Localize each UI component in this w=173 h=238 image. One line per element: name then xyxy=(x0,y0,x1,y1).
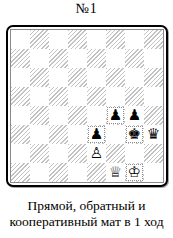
square-e6 xyxy=(87,68,106,87)
square-a4 xyxy=(11,106,30,125)
square-b5 xyxy=(30,87,49,106)
square-g5 xyxy=(125,87,144,106)
square-c8 xyxy=(49,30,68,49)
white-queen-f1: ♕ xyxy=(107,164,124,181)
square-b4 xyxy=(30,106,49,125)
square-e8 xyxy=(87,30,106,49)
square-a6 xyxy=(11,68,30,87)
square-d5 xyxy=(68,87,87,106)
square-b8 xyxy=(30,30,49,49)
black-pawn-e3: ♟ xyxy=(88,126,105,143)
square-d6 xyxy=(68,68,87,87)
square-h2 xyxy=(144,144,163,163)
puzzle-caption: Прямой, обратный и кооперативный мат в 1… xyxy=(0,198,173,230)
square-d4 xyxy=(68,106,87,125)
square-a3 xyxy=(11,125,30,144)
square-g7 xyxy=(125,49,144,68)
square-h7 xyxy=(144,49,163,68)
puzzle-number-title: №1 xyxy=(0,1,173,17)
square-h1 xyxy=(144,163,163,182)
square-d8 xyxy=(68,30,87,49)
square-d3 xyxy=(68,125,87,144)
square-b1 xyxy=(30,163,49,182)
square-g6 xyxy=(125,68,144,87)
square-b7 xyxy=(30,49,49,68)
caption-line-1: Прямой, обратный и xyxy=(0,198,173,214)
square-c4 xyxy=(49,106,68,125)
square-e3: ♟ xyxy=(87,125,106,144)
square-f3 xyxy=(106,125,125,144)
square-f8 xyxy=(106,30,125,49)
square-d1 xyxy=(68,163,87,182)
square-f1: ♕ xyxy=(106,163,125,182)
caption-line-2: кооперативный мат в 1 ход xyxy=(0,214,173,230)
square-c7 xyxy=(49,49,68,68)
square-g2 xyxy=(125,144,144,163)
square-d7 xyxy=(68,49,87,68)
white-king-g1: ♔ xyxy=(126,164,143,181)
square-g8 xyxy=(125,30,144,49)
square-a8 xyxy=(11,30,30,49)
square-f6 xyxy=(106,68,125,87)
square-h6 xyxy=(144,68,163,87)
square-g3: ♚ xyxy=(125,125,144,144)
square-h4 xyxy=(144,106,163,125)
square-e7 xyxy=(87,49,106,68)
square-a7 xyxy=(11,49,30,68)
square-g4: ♟ xyxy=(125,106,144,125)
square-e1 xyxy=(87,163,106,182)
square-c6 xyxy=(49,68,68,87)
square-c5 xyxy=(49,87,68,106)
square-c3 xyxy=(49,125,68,144)
square-a2 xyxy=(11,144,30,163)
black-pawn-f4: ♟ xyxy=(107,107,124,124)
square-b2 xyxy=(30,144,49,163)
square-c1 xyxy=(49,163,68,182)
square-e5 xyxy=(87,87,106,106)
square-f2 xyxy=(106,144,125,163)
square-a1 xyxy=(11,163,30,182)
square-h3: ♛ xyxy=(144,125,163,144)
square-f7 xyxy=(106,49,125,68)
board-grid: ♟♟♟♚♛♙♕♔ xyxy=(10,29,164,183)
square-h5 xyxy=(144,87,163,106)
square-f4: ♟ xyxy=(106,106,125,125)
black-pawn-g4: ♟ xyxy=(126,107,143,124)
chess-board: ♟♟♟♚♛♙♕♔ xyxy=(6,25,168,187)
square-e4 xyxy=(87,106,106,125)
square-f5 xyxy=(106,87,125,106)
square-c2 xyxy=(49,144,68,163)
white-pawn-e2: ♙ xyxy=(88,145,105,162)
square-h8 xyxy=(144,30,163,49)
square-a5 xyxy=(11,87,30,106)
square-d2 xyxy=(68,144,87,163)
square-e2: ♙ xyxy=(87,144,106,163)
square-b6 xyxy=(30,68,49,87)
square-b3 xyxy=(30,125,49,144)
black-king-g3: ♚ xyxy=(126,126,143,143)
square-g1: ♔ xyxy=(125,163,144,182)
black-queen-h3: ♛ xyxy=(145,126,162,143)
